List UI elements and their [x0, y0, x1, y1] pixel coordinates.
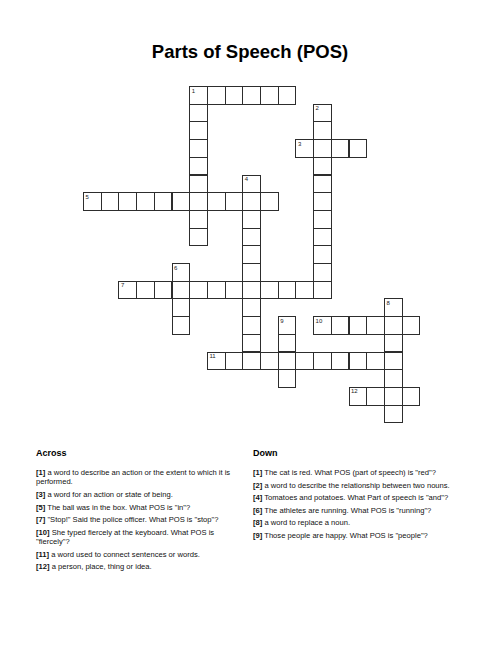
clue-across-7: [7] "Stop!" Said the police officer. Wha…	[36, 515, 243, 524]
grid-cell-r1c13[interactable]: 2	[313, 104, 332, 123]
grid-cell-r14c9[interactable]	[242, 334, 261, 353]
clue-across-10: [10] She typed fiercely at the keyboard.…	[36, 528, 243, 547]
clue-number-across-5: [5]	[36, 503, 45, 512]
clue-number-down-4: [4]	[253, 493, 262, 502]
grid-cell-r11c2[interactable]: 7	[118, 281, 137, 300]
grid-cell-r16c11[interactable]	[278, 369, 297, 388]
clue-number-across-10: [10]	[36, 528, 50, 537]
grid-cell-r4c13[interactable]	[313, 157, 332, 176]
clue-across-12: [12] a person, place, thing or idea.	[36, 562, 243, 571]
cell-number-3: 3	[298, 141, 301, 148]
grid-cell-r13c18[interactable]	[402, 316, 421, 335]
clue-number-down-2: [2]	[253, 481, 262, 490]
grid-cell-r15c16[interactable]	[366, 352, 385, 371]
grid-cell-r15c17[interactable]	[384, 352, 403, 371]
grid-cell-r0c7[interactable]	[207, 86, 226, 105]
cell-number-12: 12	[351, 388, 358, 395]
grid-cell-r8c13[interactable]	[313, 228, 332, 247]
grid-cell-r14c11[interactable]	[278, 334, 297, 353]
grid-cell-r17c17[interactable]	[384, 387, 403, 406]
clue-down-1: [1] The cat is red. What POS (part of sp…	[253, 468, 456, 477]
grid-cell-r7c9[interactable]	[242, 210, 261, 229]
clue-number-across-7: [7]	[36, 515, 45, 524]
grid-cell-r3c14[interactable]	[331, 139, 350, 158]
across-header: Across	[36, 448, 243, 458]
cell-number-10: 10	[316, 318, 323, 325]
grid-cell-r17c18[interactable]	[402, 387, 421, 406]
grid-cell-r15c12[interactable]	[295, 352, 314, 371]
grid-cell-r0c8[interactable]	[225, 86, 244, 105]
grid-cell-r11c6[interactable]	[189, 281, 208, 300]
clue-down-2: [2] a word to describe the relationship …	[253, 481, 456, 490]
clue-number-across-1: [1]	[36, 468, 45, 477]
grid-cell-r11c4[interactable]	[154, 281, 173, 300]
clue-across-1: [1] a word to describe an action or the …	[36, 468, 243, 487]
grid-cell-r3c6[interactable]	[189, 139, 208, 158]
grid-cell-r12c5[interactable]	[172, 298, 191, 317]
grid-cell-r15c10[interactable]	[260, 352, 279, 371]
grid-cell-r15c14[interactable]	[331, 352, 350, 371]
grid-cell-r5c9[interactable]: 4	[242, 175, 261, 194]
cell-number-1: 1	[192, 88, 195, 95]
grid-cell-r9c13[interactable]	[313, 245, 332, 264]
grid-cell-r4c6[interactable]	[189, 157, 208, 176]
grid-cell-r6c10[interactable]	[260, 192, 279, 211]
cell-number-11: 11	[209, 353, 215, 360]
grid-cell-r11c12[interactable]	[295, 281, 314, 300]
cell-number-5: 5	[86, 194, 89, 201]
grid-cell-r6c2[interactable]	[118, 192, 137, 211]
cell-number-4: 4	[245, 176, 248, 183]
crossword-grid: 123456789101112	[83, 86, 421, 424]
grid-cell-r6c3[interactable]	[136, 192, 155, 211]
grid-cell-r3c15[interactable]	[349, 139, 368, 158]
grid-cell-r11c9[interactable]	[242, 281, 261, 300]
grid-cell-r10c5[interactable]: 6	[172, 263, 191, 282]
cell-number-8: 8	[386, 300, 389, 307]
grid-cell-r10c9[interactable]	[242, 263, 261, 282]
grid-cell-r1c6[interactable]	[189, 104, 208, 123]
grid-cell-r8c9[interactable]	[242, 228, 261, 247]
grid-cell-r6c0[interactable]: 5	[83, 192, 102, 211]
grid-cell-r11c3[interactable]	[136, 281, 155, 300]
cell-number-2: 2	[316, 105, 319, 112]
grid-cell-r11c7[interactable]	[207, 281, 226, 300]
grid-cell-r15c8[interactable]	[225, 352, 244, 371]
grid-cell-r12c9[interactable]	[242, 298, 261, 317]
grid-cell-r13c16[interactable]	[366, 316, 385, 335]
grid-cell-r18c17[interactable]	[384, 405, 403, 424]
across-clues-column: Across [1] a word to describe an action …	[36, 448, 243, 575]
grid-cell-r17c15[interactable]: 12	[349, 387, 368, 406]
grid-cell-r15c13[interactable]	[313, 352, 332, 371]
grid-cell-r0c11[interactable]	[278, 86, 297, 105]
puzzle-title: Parts of Speech (POS)	[0, 42, 500, 62]
grid-cell-r7c13[interactable]	[313, 210, 332, 229]
clue-across-5: [5] The ball was in the box. What POS is…	[36, 503, 243, 512]
grid-cell-r17c16[interactable]	[366, 387, 385, 406]
grid-cell-r9c9[interactable]	[242, 245, 261, 264]
grid-cell-r15c15[interactable]	[349, 352, 368, 371]
across-clue-list: [1] a word to describe an action or the …	[36, 468, 243, 572]
grid-cell-r13c11[interactable]: 9	[278, 316, 297, 335]
grid-cell-r3c13[interactable]	[313, 139, 332, 158]
grid-cell-r6c1[interactable]	[101, 192, 120, 211]
grid-cell-r13c5[interactable]	[172, 316, 191, 335]
cell-number-9: 9	[280, 318, 283, 325]
grid-cell-r15c9[interactable]	[242, 352, 261, 371]
grid-cell-r6c6[interactable]	[189, 192, 208, 211]
clue-down-8: [8] a word to replace a noun.	[253, 518, 456, 527]
clue-number-across-3: [3]	[36, 490, 45, 499]
grid-cell-r16c17[interactable]	[384, 369, 403, 388]
grid-cell-r11c13[interactable]	[313, 281, 332, 300]
grid-cell-r6c9[interactable]	[242, 192, 261, 211]
grid-cell-r13c14[interactable]	[331, 316, 350, 335]
clue-number-down-8: [8]	[253, 518, 262, 527]
clue-down-6: [6] The athletes are running. What POS i…	[253, 506, 456, 515]
clue-number-across-12: [12]	[36, 562, 50, 571]
grid-cell-r11c10[interactable]	[260, 281, 279, 300]
grid-cell-r14c17[interactable]	[384, 334, 403, 353]
grid-cell-r6c8[interactable]	[225, 192, 244, 211]
grid-cell-r6c7[interactable]	[207, 192, 226, 211]
grid-cell-r15c7[interactable]: 11	[207, 352, 226, 371]
clue-down-4: [4] Tomatoes and potatoes. What Part of …	[253, 493, 456, 502]
grid-cell-r11c5[interactable]	[172, 281, 191, 300]
clue-down-9: [9] Those people are happy. What POS is …	[253, 531, 456, 540]
clue-number-down-1: [1]	[253, 468, 262, 477]
grid-cell-r5c6[interactable]	[189, 175, 208, 194]
down-clues-column: Down [1] The cat is red. What POS (part …	[253, 448, 456, 544]
grid-cell-r6c5[interactable]	[172, 192, 191, 211]
grid-cell-r13c9[interactable]	[242, 316, 261, 335]
clue-number-across-11: [11]	[36, 550, 49, 559]
grid-cell-r0c9[interactable]	[242, 86, 261, 105]
grid-cell-r0c10[interactable]	[260, 86, 279, 105]
grid-cell-r13c15[interactable]	[349, 316, 368, 335]
clue-across-11: [11] a word used to connect sentences or…	[36, 550, 243, 559]
grid-cell-r11c11[interactable]	[278, 281, 297, 300]
grid-cell-r3c12[interactable]: 3	[295, 139, 314, 158]
grid-cell-r8c6[interactable]	[189, 228, 208, 247]
grid-cell-r6c4[interactable]	[154, 192, 173, 211]
cell-number-7: 7	[121, 282, 124, 289]
grid-cell-r7c6[interactable]	[189, 210, 208, 229]
grid-cell-r12c17[interactable]: 8	[384, 298, 403, 317]
clue-number-down-6: [6]	[253, 506, 262, 515]
cell-number-6: 6	[174, 265, 177, 272]
down-header: Down	[253, 448, 456, 458]
grid-cell-r6c13[interactable]	[313, 192, 332, 211]
grid-cell-r13c13[interactable]: 10	[313, 316, 332, 335]
crossword-page: Parts of Speech (POS) 123456789101112 Ac…	[0, 0, 500, 647]
grid-cell-r11c8[interactable]	[225, 281, 244, 300]
clue-across-3: [3] a word for an action or state of bei…	[36, 490, 243, 499]
grid-cell-r15c11[interactable]	[278, 352, 297, 371]
grid-cell-r13c17[interactable]	[384, 316, 403, 335]
down-clue-list: [1] The cat is red. What POS (part of sp…	[253, 468, 456, 540]
clue-number-down-9: [9]	[253, 531, 262, 540]
clues-section: Across [1] a word to describe an action …	[0, 448, 500, 628]
grid-cell-r0c6[interactable]: 1	[189, 86, 208, 105]
grid-cell-r2c6[interactable]	[189, 121, 208, 140]
grid-cell-r10c13[interactable]	[313, 263, 332, 282]
grid-cell-r2c13[interactable]	[313, 121, 332, 140]
grid-cell-r5c13[interactable]	[313, 175, 332, 194]
